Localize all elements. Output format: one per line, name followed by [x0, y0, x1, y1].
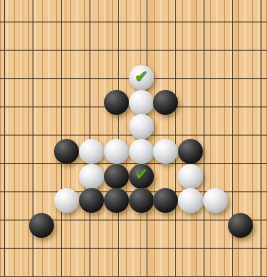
stone-white — [129, 90, 154, 115]
stone-black — [104, 188, 129, 213]
stone-white — [203, 188, 228, 213]
stone-white — [129, 139, 154, 164]
stone-black — [178, 139, 203, 164]
stone-black: ✔ — [129, 164, 154, 189]
stone-black — [153, 90, 178, 115]
check-icon: ✔ — [135, 167, 148, 183]
go-board[interactable]: ✔✔ — [0, 0, 267, 277]
check-icon: ✔ — [135, 69, 148, 85]
stone-black — [54, 139, 79, 164]
stone-white — [178, 164, 203, 189]
stone-black — [104, 164, 129, 189]
stone-white — [178, 188, 203, 213]
stone-white — [79, 139, 104, 164]
stone-black — [153, 188, 178, 213]
stone-black — [228, 213, 253, 238]
stone-black — [79, 188, 104, 213]
stone-black — [29, 213, 54, 238]
stone-white — [104, 139, 129, 164]
stone-white — [79, 164, 104, 189]
stone-white — [153, 139, 178, 164]
stone-white: ✔ — [129, 65, 154, 90]
stone-white — [54, 188, 79, 213]
stones-layer: ✔✔ — [0, 0, 267, 277]
stone-black — [104, 90, 129, 115]
stone-white — [129, 114, 154, 139]
stone-black — [129, 188, 154, 213]
